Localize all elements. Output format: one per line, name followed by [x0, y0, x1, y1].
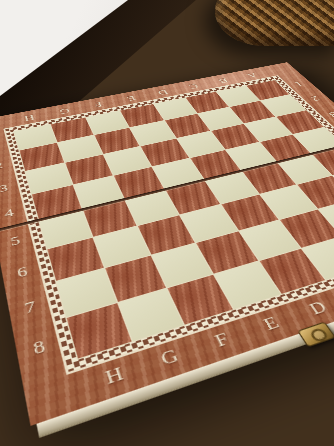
scene: HGFEDCBA HGFEDCBA 12345678 12345678 — [0, 0, 334, 446]
rank-label: 8 — [16, 321, 64, 376]
